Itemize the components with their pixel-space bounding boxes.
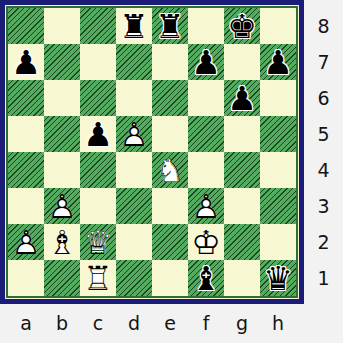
square-h4[interactable] xyxy=(260,152,296,188)
square-a3[interactable] xyxy=(8,188,44,224)
black-pawn[interactable]: ♟ xyxy=(188,44,224,80)
square-d1[interactable] xyxy=(116,260,152,296)
white-pawn-outline: ♙ xyxy=(188,188,224,224)
rank-label-5: 5 xyxy=(304,116,343,152)
square-g6[interactable]: ♟ xyxy=(224,80,260,116)
rank-label-4: 4 xyxy=(304,152,343,188)
chess-diagram: ♜♜♚♟♟♟♟♟♟♙♞♘♟♙♟♙♟♙♝♗♛♕♚♔♜♖♝♛ abcdefgh 87… xyxy=(0,0,343,343)
square-f8[interactable] xyxy=(188,8,224,44)
square-e1[interactable] xyxy=(152,260,188,296)
board-frame-white-line: ♜♜♚♟♟♟♟♟♟♙♞♘♟♙♟♙♟♙♝♗♛♕♚♔♜♖♝♛ xyxy=(5,5,299,299)
rank-label-7: 7 xyxy=(304,44,343,80)
square-h1[interactable]: ♛ xyxy=(260,260,296,296)
file-label-d: d xyxy=(116,304,152,343)
square-e8[interactable]: ♜ xyxy=(152,8,188,44)
square-b3[interactable]: ♟♙ xyxy=(44,188,80,224)
square-g2[interactable] xyxy=(224,224,260,260)
white-knight[interactable]: ♞♘ xyxy=(152,152,188,188)
square-d2[interactable] xyxy=(116,224,152,260)
black-rook[interactable]: ♜ xyxy=(152,8,188,44)
square-c4[interactable] xyxy=(80,152,116,188)
square-f6[interactable] xyxy=(188,80,224,116)
black-pawn[interactable]: ♟ xyxy=(8,44,44,80)
black-rook[interactable]: ♜ xyxy=(116,8,152,44)
white-queen-outline: ♕ xyxy=(80,224,116,260)
square-c2[interactable]: ♛♕ xyxy=(80,224,116,260)
square-b4[interactable] xyxy=(44,152,80,188)
square-a4[interactable] xyxy=(8,152,44,188)
rank-label-6: 6 xyxy=(304,80,343,116)
square-c8[interactable] xyxy=(80,8,116,44)
white-queen[interactable]: ♛♕ xyxy=(80,224,116,260)
white-pawn[interactable]: ♟♙ xyxy=(188,188,224,224)
square-g1[interactable] xyxy=(224,260,260,296)
square-f7[interactable]: ♟ xyxy=(188,44,224,80)
square-h7[interactable]: ♟ xyxy=(260,44,296,80)
square-d6[interactable] xyxy=(116,80,152,116)
square-b5[interactable] xyxy=(44,116,80,152)
square-c3[interactable] xyxy=(80,188,116,224)
black-pawn[interactable]: ♟ xyxy=(260,44,296,80)
white-bishop[interactable]: ♝♗ xyxy=(44,224,80,260)
square-b8[interactable] xyxy=(44,8,80,44)
board-frame-green-line: ♜♜♚♟♟♟♟♟♟♙♞♘♟♙♟♙♟♙♝♗♛♕♚♔♜♖♝♛ xyxy=(6,6,298,298)
white-king[interactable]: ♚♔ xyxy=(188,224,224,260)
white-pawn[interactable]: ♟♙ xyxy=(44,188,80,224)
black-pawn[interactable]: ♟ xyxy=(224,80,260,116)
white-pawn-outline: ♙ xyxy=(44,188,80,224)
square-f1[interactable]: ♝ xyxy=(188,260,224,296)
square-c5[interactable]: ♟ xyxy=(80,116,116,152)
white-rook-outline: ♖ xyxy=(80,260,116,296)
square-f2[interactable]: ♚♔ xyxy=(188,224,224,260)
square-a1[interactable] xyxy=(8,260,44,296)
black-pawn[interactable]: ♟ xyxy=(80,116,116,152)
square-e4[interactable]: ♞♘ xyxy=(152,152,188,188)
white-pawn[interactable]: ♟♙ xyxy=(8,224,44,260)
square-a6[interactable] xyxy=(8,80,44,116)
square-d5[interactable]: ♟♙ xyxy=(116,116,152,152)
square-d4[interactable] xyxy=(116,152,152,188)
file-label-h: h xyxy=(260,304,296,343)
square-h5[interactable] xyxy=(260,116,296,152)
square-g7[interactable] xyxy=(224,44,260,80)
black-king[interactable]: ♚ xyxy=(224,8,260,44)
square-d7[interactable] xyxy=(116,44,152,80)
square-b1[interactable] xyxy=(44,260,80,296)
rank-label-1: 1 xyxy=(304,260,343,296)
white-bishop-outline: ♗ xyxy=(44,224,80,260)
square-a8[interactable] xyxy=(8,8,44,44)
white-knight-outline: ♘ xyxy=(152,152,188,188)
square-d8[interactable]: ♜ xyxy=(116,8,152,44)
file-labels: abcdefgh xyxy=(8,304,296,343)
square-d3[interactable] xyxy=(116,188,152,224)
file-label-e: e xyxy=(152,304,188,343)
square-a2[interactable]: ♟♙ xyxy=(8,224,44,260)
square-f3[interactable]: ♟♙ xyxy=(188,188,224,224)
square-c1[interactable]: ♜♖ xyxy=(80,260,116,296)
black-bishop[interactable]: ♝ xyxy=(188,260,224,296)
rank-label-3: 3 xyxy=(304,188,343,224)
square-h2[interactable] xyxy=(260,224,296,260)
rank-labels: 87654321 xyxy=(304,8,343,296)
square-e7[interactable] xyxy=(152,44,188,80)
square-c6[interactable] xyxy=(80,80,116,116)
file-label-c: c xyxy=(80,304,116,343)
square-h8[interactable] xyxy=(260,8,296,44)
square-b7[interactable] xyxy=(44,44,80,80)
rank-label-8: 8 xyxy=(304,8,343,44)
file-label-f: f xyxy=(188,304,224,343)
black-queen[interactable]: ♛ xyxy=(260,260,296,296)
square-a7[interactable]: ♟ xyxy=(8,44,44,80)
square-b2[interactable]: ♝♗ xyxy=(44,224,80,260)
square-h3[interactable] xyxy=(260,188,296,224)
white-pawn-outline: ♙ xyxy=(116,116,152,152)
square-b6[interactable] xyxy=(44,80,80,116)
square-c7[interactable] xyxy=(80,44,116,80)
file-label-b: b xyxy=(44,304,80,343)
square-g5[interactable] xyxy=(224,116,260,152)
board-outer-frame: ♜♜♚♟♟♟♟♟♟♙♞♘♟♙♟♙♟♙♝♗♛♕♚♔♜♖♝♛ xyxy=(0,0,304,304)
white-pawn[interactable]: ♟♙ xyxy=(116,116,152,152)
square-e6[interactable] xyxy=(152,80,188,116)
square-f4[interactable] xyxy=(188,152,224,188)
square-e3[interactable] xyxy=(152,188,188,224)
square-h6[interactable] xyxy=(260,80,296,116)
chess-board: ♜♜♚♟♟♟♟♟♟♙♞♘♟♙♟♙♟♙♝♗♛♕♚♔♜♖♝♛ xyxy=(8,8,296,296)
square-g8[interactable]: ♚ xyxy=(224,8,260,44)
white-rook[interactable]: ♜♖ xyxy=(80,260,116,296)
square-a5[interactable] xyxy=(8,116,44,152)
file-label-g: g xyxy=(224,304,260,343)
white-king-outline: ♔ xyxy=(188,224,224,260)
white-pawn-outline: ♙ xyxy=(8,224,44,260)
square-g3[interactable] xyxy=(224,188,260,224)
square-e2[interactable] xyxy=(152,224,188,260)
square-g4[interactable] xyxy=(224,152,260,188)
rank-label-2: 2 xyxy=(304,224,343,260)
file-label-a: a xyxy=(8,304,44,343)
square-f5[interactable] xyxy=(188,116,224,152)
square-e5[interactable] xyxy=(152,116,188,152)
